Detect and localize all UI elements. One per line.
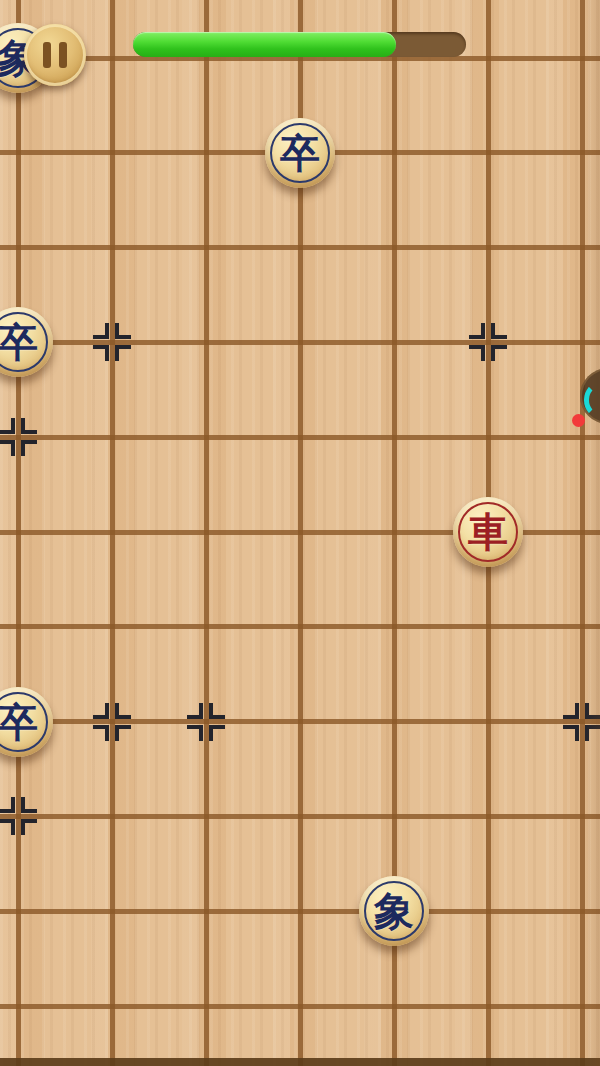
position-marker-corner — [0, 440, 15, 456]
board-bottom-edge — [0, 1058, 600, 1066]
position-marker-corner — [115, 323, 131, 339]
grid-line-horizontal — [0, 435, 600, 440]
piece-glyph: 象 — [374, 891, 414, 931]
position-marker — [0, 794, 40, 838]
piece-red-chariot[interactable]: 車 — [453, 497, 523, 567]
position-marker-corner — [563, 725, 579, 741]
position-marker-corner — [187, 725, 203, 741]
position-marker-corner — [469, 345, 485, 361]
piece-black-pawn[interactable]: 卒 — [265, 118, 335, 188]
position-marker-corner — [0, 797, 15, 813]
grid-line-horizontal — [0, 909, 600, 914]
grid-line-horizontal — [0, 245, 600, 250]
position-marker-corner — [209, 703, 225, 719]
grid-line-horizontal — [0, 624, 600, 629]
pause-icon — [59, 42, 67, 68]
position-marker — [466, 320, 510, 364]
position-marker-corner — [187, 703, 203, 719]
position-marker-corner — [563, 703, 579, 719]
piece-black-pawn[interactable]: 卒 — [0, 687, 53, 757]
progress-fill — [133, 32, 396, 57]
game-screen: 象卒卒車卒象 — [0, 0, 600, 1066]
position-marker-corner — [115, 703, 131, 719]
position-marker-corner — [469, 323, 485, 339]
position-marker-corner — [93, 725, 109, 741]
board-right-edge-shade — [585, 0, 600, 1066]
position-marker-corner — [21, 440, 37, 456]
position-marker-corner — [0, 819, 15, 835]
piece-glyph: 卒 — [0, 322, 38, 362]
level-progress-bar — [133, 32, 466, 57]
position-marker-corner — [491, 345, 507, 361]
pause-button[interactable] — [24, 24, 86, 86]
piece-black-elephant[interactable]: 象 — [359, 876, 429, 946]
piece-glyph: 卒 — [0, 702, 38, 742]
position-marker — [184, 700, 228, 744]
position-marker-corner — [115, 345, 131, 361]
position-marker-corner — [21, 418, 37, 434]
piece-black-pawn[interactable]: 卒 — [0, 307, 53, 377]
position-marker — [0, 415, 40, 459]
position-marker-corner — [115, 725, 131, 741]
position-marker — [90, 320, 134, 364]
position-marker-corner — [93, 703, 109, 719]
position-marker-corner — [21, 797, 37, 813]
position-marker-corner — [491, 323, 507, 339]
piece-glyph: 卒 — [280, 133, 320, 173]
position-marker-corner — [21, 819, 37, 835]
position-marker-corner — [93, 323, 109, 339]
position-marker-corner — [93, 345, 109, 361]
cyan-arc-icon — [584, 382, 600, 418]
position-marker-corner — [0, 418, 15, 434]
pause-icon — [43, 42, 51, 68]
piece-glyph: 車 — [468, 512, 508, 552]
grid-line-horizontal — [0, 1004, 600, 1009]
notification-dot — [572, 414, 585, 427]
position-marker — [90, 700, 134, 744]
grid-line-horizontal — [0, 814, 600, 819]
position-marker-corner — [209, 725, 225, 741]
